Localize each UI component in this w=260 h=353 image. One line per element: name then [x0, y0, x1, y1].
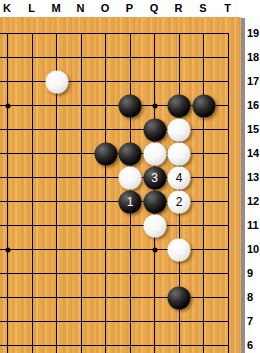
row-label-8: 8: [247, 291, 253, 303]
white-stone-Q11: [143, 214, 166, 237]
row-label-9: 9: [247, 267, 253, 279]
star-point-K16: [5, 103, 10, 108]
column-label-T: T: [224, 1, 231, 15]
star-point-Q10: [152, 247, 157, 252]
column-label-R: R: [175, 1, 183, 15]
row-label-12: 12: [247, 195, 259, 207]
grid-line-h-12: [0, 201, 229, 202]
grid-line-h-13: [0, 177, 229, 178]
grid-line-h-6: [0, 345, 229, 346]
white-stone-M17: [45, 70, 68, 93]
black-stone-Q12: [143, 190, 166, 213]
black-stone-R8: [168, 286, 191, 309]
row-label-6: 6: [247, 339, 253, 351]
grid-line-h-18: [0, 57, 229, 58]
white-stone-Q14: [143, 142, 166, 165]
black-stone-P12: 1: [119, 190, 142, 213]
column-label-M: M: [51, 1, 60, 15]
row-labels: 191817161514131211109876: [245, 17, 260, 353]
goban[interactable]: 3142: [0, 17, 241, 353]
move-number-2: 2: [176, 196, 183, 208]
black-stone-S16: [192, 94, 215, 117]
column-label-P: P: [126, 1, 133, 15]
column-label-Q: Q: [150, 1, 159, 15]
move-number-3: 3: [151, 172, 158, 184]
row-label-10: 10: [247, 243, 259, 255]
grid-line-h-19: [0, 33, 229, 34]
column-label-L: L: [28, 1, 35, 15]
column-label-K: K: [3, 1, 11, 15]
move-number-4: 4: [176, 172, 183, 184]
grid-line-h-7: [0, 321, 229, 322]
row-label-16: 16: [247, 99, 259, 111]
grid-line-h-15: [0, 129, 229, 130]
row-label-19: 19: [247, 27, 259, 39]
row-label-17: 17: [247, 75, 259, 87]
grid-line-h-11: [0, 225, 229, 226]
row-label-18: 18: [247, 51, 259, 63]
black-stone-Q15: [143, 118, 166, 141]
row-label-13: 13: [247, 171, 259, 183]
grid-line-h-10: [0, 249, 229, 250]
white-stone-R10: [168, 238, 191, 261]
go-app-screenshot: KLMNOPQRST 3142 191817161514131211109876: [0, 0, 260, 353]
white-stone-P13: [119, 166, 142, 189]
grid-line-h-8: [0, 297, 229, 298]
star-point-Q16: [152, 103, 157, 108]
black-stone-Q13: 3: [143, 166, 166, 189]
column-label-O: O: [101, 1, 110, 15]
white-stone-R14: [168, 142, 191, 165]
black-stone-O14: [94, 142, 117, 165]
grid-line-h-17: [0, 81, 229, 82]
black-stone-R16: [168, 94, 191, 117]
black-stone-P16: [119, 94, 142, 117]
star-point-K10: [5, 247, 10, 252]
grid-line-h-9: [0, 273, 229, 274]
column-label-S: S: [199, 1, 206, 15]
row-label-7: 7: [247, 315, 253, 327]
column-label-N: N: [77, 1, 85, 15]
white-stone-R15: [168, 118, 191, 141]
white-stone-R12: 2: [168, 190, 191, 213]
move-number-1: 1: [127, 196, 134, 208]
black-stone-P14: [119, 142, 142, 165]
white-stone-R13: 4: [168, 166, 191, 189]
row-label-15: 15: [247, 123, 259, 135]
row-label-11: 11: [247, 219, 259, 231]
column-labels: KLMNOPQRST: [0, 0, 260, 17]
row-label-14: 14: [247, 147, 259, 159]
